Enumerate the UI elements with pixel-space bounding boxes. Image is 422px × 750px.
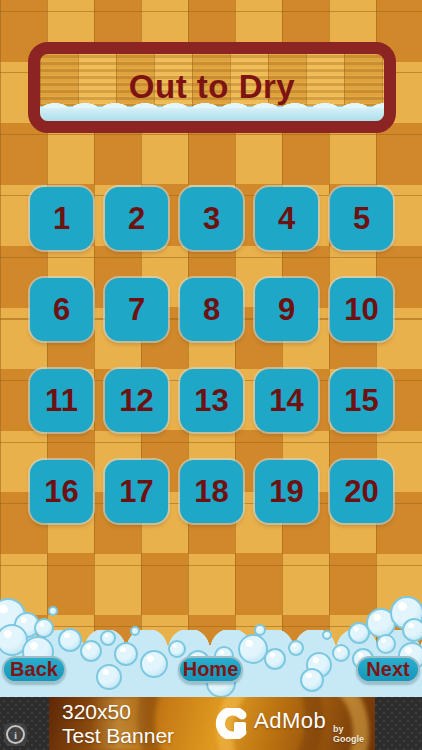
- bubble: [376, 634, 396, 654]
- title-panel: Out to Dry: [28, 42, 396, 133]
- level-button-17[interactable]: 17: [105, 460, 168, 523]
- level-button-12[interactable]: 12: [105, 369, 168, 432]
- level-button-19[interactable]: 19: [255, 460, 318, 523]
- level-button-13[interactable]: 13: [180, 369, 243, 432]
- ad-bar: 320x50 Test Banner AdMob by Google i: [0, 697, 422, 750]
- level-button-7[interactable]: 7: [105, 278, 168, 341]
- level-button-18[interactable]: 18: [180, 460, 243, 523]
- level-button-16[interactable]: 16: [30, 460, 93, 523]
- bubble: [34, 618, 54, 638]
- ad-copy: 320x50 Test Banner: [62, 700, 174, 748]
- level-button-2[interactable]: 2: [105, 187, 168, 250]
- bubble: [332, 644, 350, 662]
- ad-info-button[interactable]: i: [4, 723, 27, 746]
- back-button[interactable]: Back: [2, 656, 66, 683]
- ad-banner[interactable]: 320x50 Test Banner AdMob by Google: [49, 697, 375, 750]
- bubble: [114, 642, 138, 666]
- bubble: [288, 640, 304, 656]
- level-button-3[interactable]: 3: [180, 187, 243, 250]
- bubble: [254, 624, 266, 636]
- bubble: [300, 668, 324, 692]
- ad-banner-label: Test Banner: [62, 724, 174, 748]
- level-button-14[interactable]: 14: [255, 369, 318, 432]
- level-button-20[interactable]: 20: [330, 460, 393, 523]
- water-strip: [40, 106, 384, 121]
- next-button[interactable]: Next: [356, 656, 420, 683]
- level-button-1[interactable]: 1: [30, 187, 93, 250]
- bubble: [264, 648, 286, 670]
- home-button[interactable]: Home: [178, 656, 243, 683]
- bubble: [100, 630, 116, 646]
- bubble: [322, 630, 332, 640]
- level-grid: 1234567891011121314151617181920: [30, 187, 393, 523]
- level-button-6[interactable]: 6: [30, 278, 93, 341]
- bubble: [80, 640, 102, 662]
- bubble: [96, 664, 122, 690]
- level-button-11[interactable]: 11: [30, 369, 93, 432]
- level-button-9[interactable]: 9: [255, 278, 318, 341]
- bubble: [130, 626, 140, 636]
- info-icon: i: [6, 725, 25, 744]
- admob-brand-text: AdMob: [254, 708, 326, 734]
- bubble: [168, 640, 186, 658]
- ad-size-label: 320x50: [62, 700, 174, 724]
- bubble: [48, 606, 58, 616]
- admob-byline: by Google: [333, 724, 375, 744]
- bubble: [58, 628, 82, 652]
- screen: Out to Dry 12345678910111213141516171819…: [0, 0, 422, 750]
- level-button-15[interactable]: 15: [330, 369, 393, 432]
- level-button-4[interactable]: 4: [255, 187, 318, 250]
- level-button-10[interactable]: 10: [330, 278, 393, 341]
- bubble: [140, 650, 168, 678]
- level-button-5[interactable]: 5: [330, 187, 393, 250]
- level-button-8[interactable]: 8: [180, 278, 243, 341]
- admob-logo-icon: [211, 708, 247, 739]
- bubble: [402, 618, 422, 642]
